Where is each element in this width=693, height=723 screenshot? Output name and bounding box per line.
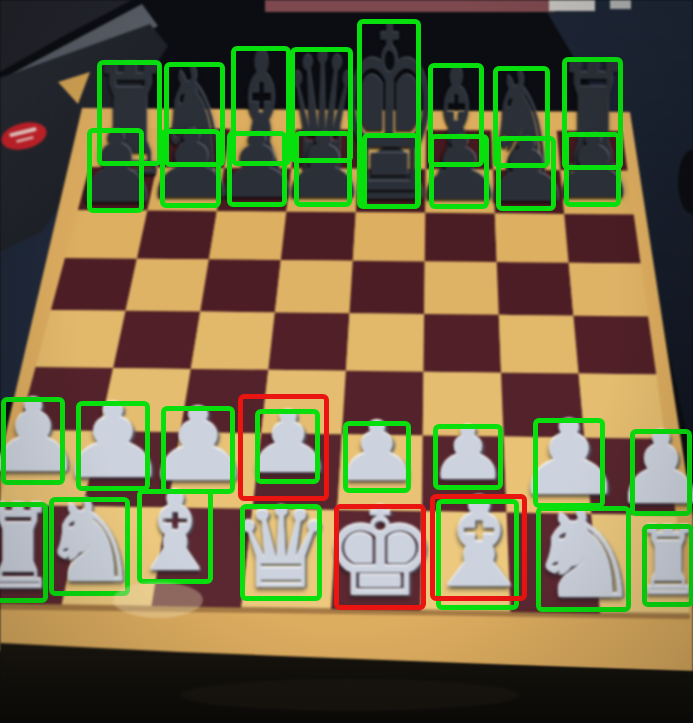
board-shine-highlight: [113, 582, 203, 618]
table-reflection: [180, 679, 520, 711]
table-layer: [0, 0, 693, 723]
chess-detection-screenshot: ♜♞♝♛♚♝♞♜♟♟♟♟♟♟♟♟♟♟♟♟♟♟♟♟♜♞♝♛♞♜♚♝: [0, 0, 693, 723]
